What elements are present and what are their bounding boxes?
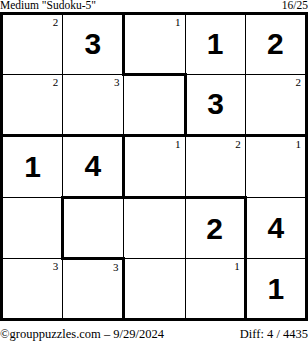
given-digit: 4 xyxy=(84,149,101,182)
solved-counter: 16/25 xyxy=(282,0,308,11)
footer: ©grouppuzzles.com – 9/29/2024 Diff: 4 / … xyxy=(0,327,308,342)
corner-mark: 2 xyxy=(53,16,59,28)
cell-r4c5[interactable]: 4 xyxy=(245,198,306,259)
cell-r5c2[interactable]: 3 xyxy=(63,259,124,320)
cell-r3c5[interactable]: 1 xyxy=(245,135,306,198)
given-digit: 1 xyxy=(207,27,224,60)
given-digit: 3 xyxy=(207,87,224,120)
cell-r4c2[interactable] xyxy=(63,198,124,259)
corner-mark: 3 xyxy=(53,260,59,272)
cell-r1c5[interactable]: 2 xyxy=(245,14,306,75)
puzzle-page: Medium "Sudoku-5" 16/25 2311223321412124… xyxy=(0,0,308,343)
cell-r1c1[interactable]: 2 xyxy=(2,14,63,75)
corner-mark: 1 xyxy=(296,138,302,150)
cell-r4c3[interactable] xyxy=(124,198,185,259)
cell-r3c1[interactable]: 1 xyxy=(2,135,63,198)
corner-mark: 3 xyxy=(113,261,119,273)
cell-r5c1[interactable]: 3 xyxy=(2,259,63,320)
cell-r5c3[interactable] xyxy=(124,259,185,320)
corner-mark: 2 xyxy=(53,76,59,88)
cell-r4c1[interactable] xyxy=(2,198,63,259)
given-digit: 3 xyxy=(84,27,101,60)
given-digit: 1 xyxy=(268,272,285,305)
corner-mark: 1 xyxy=(175,16,181,28)
given-digit: 4 xyxy=(268,211,285,244)
corner-mark: 3 xyxy=(114,76,120,88)
cell-r3c3[interactable]: 1 xyxy=(124,135,185,198)
difficulty-label: Diff: 4 / 4435 xyxy=(240,327,308,342)
cell-r1c3[interactable]: 1 xyxy=(124,14,185,75)
board-wrap: 23112233214121243311 xyxy=(0,12,308,321)
cell-r2c4[interactable]: 3 xyxy=(185,74,245,135)
board-row-3: 14121 xyxy=(2,135,307,198)
board-row-2: 2332 xyxy=(2,74,307,135)
cell-r2c2[interactable]: 3 xyxy=(63,74,124,135)
board-row-1: 23112 xyxy=(2,14,307,75)
cell-r3c2[interactable]: 4 xyxy=(63,135,124,198)
cell-r2c5[interactable]: 2 xyxy=(245,74,306,135)
corner-mark: 1 xyxy=(234,260,240,272)
board-row-4: 24 xyxy=(2,198,307,259)
given-digit: 1 xyxy=(24,150,41,183)
header: Medium "Sudoku-5" 16/25 xyxy=(0,0,308,12)
cell-r2c3[interactable] xyxy=(124,74,185,135)
corner-mark: 2 xyxy=(296,76,302,88)
board: 23112233214121243311 xyxy=(0,12,308,321)
cell-r5c5[interactable]: 1 xyxy=(245,259,306,320)
given-digit: 2 xyxy=(267,27,284,60)
corner-mark: 1 xyxy=(175,138,181,150)
puzzle-title: Medium "Sudoku-5" xyxy=(0,0,96,11)
cell-r2c1[interactable]: 2 xyxy=(2,74,63,135)
corner-mark: 2 xyxy=(235,138,241,150)
cell-r5c4[interactable]: 1 xyxy=(185,259,245,320)
site-credit: ©grouppuzzles.com – 9/29/2024 xyxy=(0,327,164,342)
cell-r4c4[interactable]: 2 xyxy=(185,198,245,259)
cell-r1c2[interactable]: 3 xyxy=(63,14,124,75)
cell-r3c4[interactable]: 2 xyxy=(185,135,245,198)
given-digit: 2 xyxy=(206,212,223,245)
board-row-5: 3311 xyxy=(2,259,307,320)
cell-r1c4[interactable]: 1 xyxy=(185,14,245,75)
